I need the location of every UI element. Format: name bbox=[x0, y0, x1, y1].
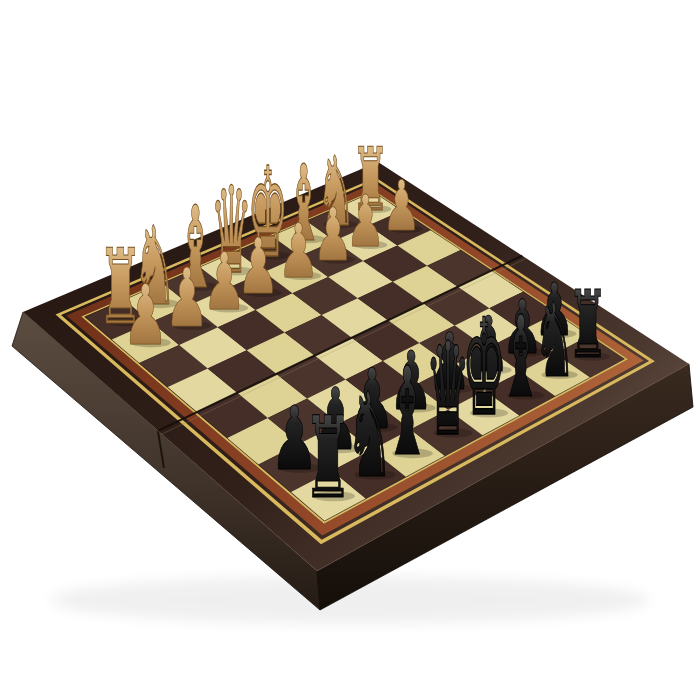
white-pawn-e2: ♟ bbox=[278, 207, 322, 295]
white-pawn-h2: ♟ bbox=[382, 165, 422, 247]
piece-glyph: ♟ bbox=[164, 252, 209, 346]
piece-glyph: ♛ bbox=[425, 314, 470, 464]
piece-glyph: ♜ bbox=[303, 393, 352, 524]
black-bishop-f8: ♝ bbox=[499, 292, 544, 422]
white-pawn-a2: ♟ bbox=[123, 266, 171, 362]
piece-glyph: ♟ bbox=[123, 266, 169, 362]
piece-glyph: ♞ bbox=[346, 366, 394, 504]
black-knight-b8: ♞ bbox=[346, 366, 396, 504]
piece-glyph: ♟ bbox=[382, 165, 421, 247]
black-rook-a8: ♜ bbox=[303, 393, 355, 524]
black-queen-d8: ♛ bbox=[425, 314, 472, 464]
white-pawn-b2: ♟ bbox=[164, 252, 211, 346]
product-photo: ♜♞♟♝♟♚♟♛♟♝♟♞♟♜♟♟♟♟♜♟♞♟♝♟♚♟♛♟♝♟♞♜ bbox=[0, 0, 700, 700]
piece-glyph: ♟ bbox=[278, 207, 320, 295]
chess-board-photo: ♜♞♟♝♟♚♟♛♟♝♟♞♟♜♟♟♟♟♜♟♞♟♝♟♚♟♛♟♝♟♞♜ bbox=[0, 0, 700, 700]
